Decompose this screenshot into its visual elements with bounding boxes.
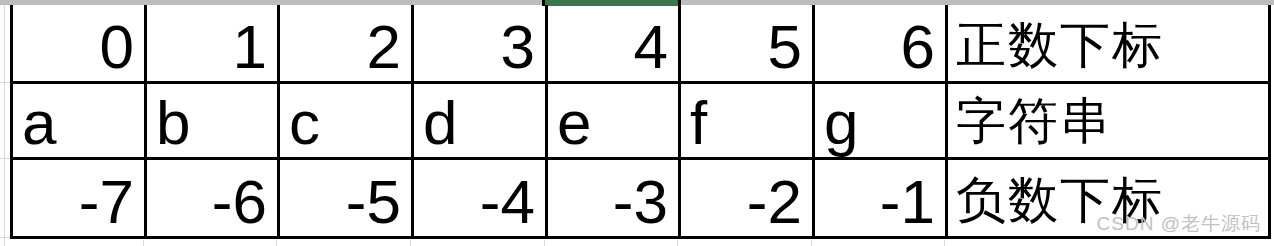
gridline-stub [4, 240, 5, 246]
cell-char-c[interactable]: c [280, 84, 414, 160]
cell-char-g[interactable]: g [815, 84, 948, 160]
left-spreadsheet-gridline [4, 5, 5, 246]
gridline-stub [677, 240, 678, 246]
gridline-stub [0, 82, 10, 83]
cell-neg-index-2[interactable]: -2 [681, 160, 815, 239]
gridline-stub [544, 240, 545, 246]
row-label-positive-index[interactable]: 正数下标 [948, 5, 1271, 84]
spreadsheet-screenshot: 0 1 2 3 4 5 6 正数下标 a b c d e f g 字符串 -7 … [0, 0, 1274, 246]
cell-neg-index-5[interactable]: -5 [280, 160, 414, 239]
cell-pos-index-4[interactable]: 4 [548, 5, 681, 84]
csdn-watermark: CSDN @老牛源码 [1097, 211, 1261, 237]
cell-pos-index-2[interactable]: 2 [280, 5, 414, 84]
cell-pos-index-3[interactable]: 3 [414, 5, 548, 84]
gridline-stub [0, 158, 10, 159]
cell-neg-index-7[interactable]: -7 [13, 160, 147, 239]
cell-neg-index-3[interactable]: -3 [548, 160, 681, 239]
cell-pos-index-0[interactable]: 0 [13, 5, 147, 84]
gridline-stub [811, 240, 812, 246]
cell-pos-index-5[interactable]: 5 [681, 5, 815, 84]
row-label-string[interactable]: 字符串 [948, 84, 1271, 160]
gridline-stub [410, 240, 411, 246]
cell-neg-index-6[interactable]: -6 [147, 160, 280, 239]
cell-neg-index-1[interactable]: -1 [815, 160, 948, 239]
cell-neg-index-4[interactable]: -4 [414, 160, 548, 239]
gridline-stub [0, 237, 10, 238]
cell-char-e[interactable]: e [548, 84, 681, 160]
string-index-table: 0 1 2 3 4 5 6 正数下标 a b c d e f g 字符串 -7 … [10, 5, 1271, 239]
gridline-stub [944, 240, 945, 246]
cell-char-f[interactable]: f [681, 84, 815, 160]
cell-char-b[interactable]: b [147, 84, 280, 160]
gridline-stub [143, 240, 144, 246]
cell-pos-index-6[interactable]: 6 [815, 5, 948, 84]
cell-char-a[interactable]: a [13, 84, 147, 160]
cell-pos-index-1[interactable]: 1 [147, 5, 280, 84]
cell-char-d[interactable]: d [414, 84, 548, 160]
gridline-stub [276, 240, 277, 246]
